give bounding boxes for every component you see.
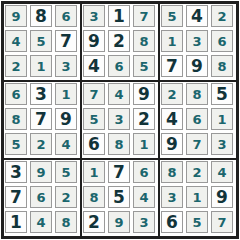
cell-r7c3[interactable]: 5: [55, 161, 77, 183]
cell-r4c1[interactable]: 6: [5, 83, 27, 105]
cell-r4c2[interactable]: 3: [30, 83, 52, 105]
cell-r9c1[interactable]: 1: [5, 211, 27, 233]
cell-r9c7[interactable]: 6: [161, 211, 183, 233]
cell-r6c8[interactable]: 7: [186, 133, 208, 155]
cell-r6c4[interactable]: 6: [83, 133, 105, 155]
cell-r2c6[interactable]: 8: [133, 30, 155, 52]
cell-r6c9[interactable]: 3: [211, 133, 233, 155]
sudoku-box-2: 317928465: [81, 3, 159, 81]
cell-r4c6[interactable]: 9: [133, 83, 155, 105]
cell-r2c3[interactable]: 7: [55, 30, 77, 52]
cell-r1c8[interactable]: 4: [186, 5, 208, 27]
cell-r2c2[interactable]: 5: [30, 30, 52, 52]
cell-r8c2[interactable]: 6: [30, 186, 52, 208]
cell-r4c4[interactable]: 7: [83, 83, 105, 105]
cell-r6c7[interactable]: 9: [161, 133, 183, 155]
cell-r1c1[interactable]: 9: [5, 5, 27, 27]
cell-r5c1[interactable]: 8: [5, 108, 27, 130]
cell-r5c6[interactable]: 2: [133, 108, 155, 130]
cell-r5c4[interactable]: 5: [83, 108, 105, 130]
sudoku-box-5: 749532681: [81, 81, 159, 159]
cell-r4c3[interactable]: 1: [55, 83, 77, 105]
cell-r9c2[interactable]: 4: [30, 211, 52, 233]
cell-r2c1[interactable]: 4: [5, 30, 27, 52]
cell-r2c8[interactable]: 3: [186, 30, 208, 52]
cell-r5c5[interactable]: 3: [108, 108, 130, 130]
cell-r7c2[interactable]: 9: [30, 161, 52, 183]
cell-r5c2[interactable]: 7: [30, 108, 52, 130]
sudoku-box-7: 395762148: [3, 159, 81, 237]
cell-r9c4[interactable]: 2: [83, 211, 105, 233]
cell-r5c8[interactable]: 6: [186, 108, 208, 130]
cell-r8c7[interactable]: 3: [161, 186, 183, 208]
cell-r6c1[interactable]: 5: [5, 133, 27, 155]
cell-r9c5[interactable]: 9: [108, 211, 130, 233]
page-background: 9864572133179284655421367986318795247495…: [0, 0, 240, 240]
cell-r3c6[interactable]: 5: [133, 55, 155, 77]
cell-r8c6[interactable]: 4: [133, 186, 155, 208]
sudoku-box-6: 285461973: [159, 81, 237, 159]
cell-r8c1[interactable]: 7: [5, 186, 27, 208]
cell-r8c5[interactable]: 5: [108, 186, 130, 208]
cell-r6c2[interactable]: 2: [30, 133, 52, 155]
sudoku-box-8: 176854293: [81, 159, 159, 237]
cell-r3c8[interactable]: 9: [186, 55, 208, 77]
cell-r1c7[interactable]: 5: [161, 5, 183, 27]
cell-r4c8[interactable]: 8: [186, 83, 208, 105]
cell-r7c4[interactable]: 1: [83, 161, 105, 183]
cell-r3c4[interactable]: 4: [83, 55, 105, 77]
cell-r7c7[interactable]: 8: [161, 161, 183, 183]
cell-r7c8[interactable]: 2: [186, 161, 208, 183]
cell-r6c5[interactable]: 8: [108, 133, 130, 155]
cell-r9c8[interactable]: 5: [186, 211, 208, 233]
sudoku-box-1: 986457213: [3, 3, 81, 81]
cell-r8c9[interactable]: 9: [211, 186, 233, 208]
cell-r1c3[interactable]: 6: [55, 5, 77, 27]
sudoku-board: 9864572133179284655421367986318795247495…: [1, 1, 239, 239]
cell-r4c5[interactable]: 4: [108, 83, 130, 105]
cell-r1c6[interactable]: 7: [133, 5, 155, 27]
sudoku-box-3: 542136798: [159, 3, 237, 81]
cell-r3c1[interactable]: 2: [5, 55, 27, 77]
cell-r3c3[interactable]: 3: [55, 55, 77, 77]
cell-r7c9[interactable]: 4: [211, 161, 233, 183]
cell-r8c3[interactable]: 2: [55, 186, 77, 208]
cell-r7c5[interactable]: 7: [108, 161, 130, 183]
cell-r3c2[interactable]: 1: [30, 55, 52, 77]
cell-r9c9[interactable]: 7: [211, 211, 233, 233]
sudoku-box-9: 824319657: [159, 159, 237, 237]
cell-r1c5[interactable]: 1: [108, 5, 130, 27]
cell-r4c7[interactable]: 2: [161, 83, 183, 105]
cell-r2c5[interactable]: 2: [108, 30, 130, 52]
cell-r1c2[interactable]: 8: [30, 5, 52, 27]
cell-r2c4[interactable]: 9: [83, 30, 105, 52]
cell-r9c3[interactable]: 8: [55, 211, 77, 233]
cell-r1c4[interactable]: 3: [83, 5, 105, 27]
cell-r7c6[interactable]: 6: [133, 161, 155, 183]
cell-r1c9[interactable]: 2: [211, 5, 233, 27]
sudoku-box-4: 631879524: [3, 81, 81, 159]
cell-r3c5[interactable]: 6: [108, 55, 130, 77]
cell-r4c9[interactable]: 5: [211, 83, 233, 105]
cell-r3c7[interactable]: 7: [161, 55, 183, 77]
cell-r9c6[interactable]: 3: [133, 211, 155, 233]
cell-r8c4[interactable]: 8: [83, 186, 105, 208]
cell-r3c9[interactable]: 8: [211, 55, 233, 77]
cell-r5c9[interactable]: 1: [211, 108, 233, 130]
cell-r5c3[interactable]: 9: [55, 108, 77, 130]
cell-r2c9[interactable]: 6: [211, 30, 233, 52]
cell-r6c6[interactable]: 1: [133, 133, 155, 155]
cell-r7c1[interactable]: 3: [5, 161, 27, 183]
cell-r8c8[interactable]: 1: [186, 186, 208, 208]
cell-r2c7[interactable]: 1: [161, 30, 183, 52]
cell-r5c7[interactable]: 4: [161, 108, 183, 130]
cell-r6c3[interactable]: 4: [55, 133, 77, 155]
